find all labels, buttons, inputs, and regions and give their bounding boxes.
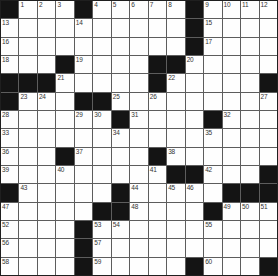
cell-r14c13[interactable]: [223, 239, 240, 256]
cell-r3c2[interactable]: [19, 38, 36, 55]
black-cell: [186, 1, 203, 18]
cell-r9c5[interactable]: 37: [75, 148, 92, 165]
cell-r1c13[interactable]: 10: [223, 1, 240, 18]
cell-r5c7[interactable]: [112, 74, 129, 91]
cell-r12c14[interactable]: 50: [241, 203, 258, 220]
cell-r2c7[interactable]: [112, 19, 129, 36]
cell-r10c5[interactable]: [75, 166, 92, 183]
cell-r14c8[interactable]: [130, 239, 147, 256]
cell-r10c1[interactable]: 39: [1, 166, 18, 183]
black-cell: [260, 184, 277, 201]
cell-r6c4[interactable]: [56, 93, 73, 110]
black-cell: [75, 221, 92, 238]
cell-r11c10[interactable]: 45: [167, 184, 184, 201]
cell-r10c13[interactable]: [223, 166, 240, 183]
cell-r5c8[interactable]: [130, 74, 147, 91]
cell-number: 37: [76, 148, 83, 156]
cell-r10c9[interactable]: 41: [149, 166, 166, 183]
cell-number: 39: [2, 166, 9, 174]
cell-number: 10: [224, 1, 231, 9]
black-cell: [19, 74, 36, 91]
cell-r15c7[interactable]: [112, 258, 129, 275]
cell-r8c7[interactable]: 34: [112, 129, 129, 146]
cell-r8c2[interactable]: [19, 129, 36, 146]
cell-r10c12[interactable]: 42: [204, 166, 221, 183]
cell-r14c6[interactable]: 57: [93, 239, 110, 256]
cell-r14c12[interactable]: [204, 239, 221, 256]
cell-r8c3[interactable]: [38, 129, 55, 146]
cell-r8c1[interactable]: 33: [1, 129, 18, 146]
cell-r6c13[interactable]: [223, 93, 240, 110]
cell-r1c9[interactable]: 7: [149, 1, 166, 18]
cell-r8c15[interactable]: [260, 129, 277, 146]
cell-r11c6[interactable]: [93, 184, 110, 201]
cell-r2c15[interactable]: [260, 19, 277, 36]
cell-number: 6: [131, 1, 134, 9]
cell-r6c11[interactable]: [186, 93, 203, 110]
cell-r4c11[interactable]: 20: [186, 56, 203, 73]
cell-r7c15[interactable]: [260, 111, 277, 128]
cell-r8c12[interactable]: 35: [204, 129, 221, 146]
cell-r15c6[interactable]: 59: [93, 258, 110, 275]
cell-number: 45: [168, 184, 175, 192]
cell-number: 8: [168, 1, 171, 9]
black-cell: [186, 19, 203, 36]
cell-r5c14[interactable]: [241, 74, 258, 91]
cell-r2c6[interactable]: [93, 19, 110, 36]
cell-r15c2[interactable]: [19, 258, 36, 275]
cell-r4c5[interactable]: 19: [75, 56, 92, 73]
cell-r13c15[interactable]: [260, 221, 277, 238]
cell-r1c6[interactable]: 4: [93, 1, 110, 18]
black-cell: [38, 74, 55, 91]
cell-r3c7[interactable]: [112, 38, 129, 55]
cell-number: 50: [242, 203, 249, 211]
cell-r5c11[interactable]: [186, 74, 203, 91]
black-cell: [260, 166, 277, 183]
black-cell: [112, 184, 129, 201]
cell-number: 54: [113, 221, 120, 229]
cell-r4c1[interactable]: 18: [1, 56, 18, 73]
cell-r6c15[interactable]: 27: [260, 93, 277, 110]
cell-r6c9[interactable]: 26: [149, 93, 166, 110]
cell-r4c8[interactable]: [130, 56, 147, 73]
cell-number: 58: [2, 258, 9, 266]
cell-number: 56: [2, 239, 9, 247]
cell-r2c13[interactable]: [223, 19, 240, 36]
cell-r7c1[interactable]: 28: [1, 111, 18, 128]
cell-r15c1[interactable]: 58: [1, 258, 18, 275]
black-cell: [204, 111, 221, 128]
cell-r8c6[interactable]: [93, 129, 110, 146]
cell-r12c4[interactable]: [56, 203, 73, 220]
cell-r2c10[interactable]: [167, 19, 184, 36]
cell-r12c5[interactable]: [75, 203, 92, 220]
cell-r13c12[interactable]: 55: [204, 221, 221, 238]
cell-r13c13[interactable]: [223, 221, 240, 238]
cell-r3c12[interactable]: 17: [204, 38, 221, 55]
cell-r15c12[interactable]: 60: [204, 258, 221, 275]
cell-r15c10[interactable]: [167, 258, 184, 275]
cell-r8c10[interactable]: [167, 129, 184, 146]
cell-r4c7[interactable]: [112, 56, 129, 73]
black-cell: [167, 56, 184, 73]
cell-r13c10[interactable]: [167, 221, 184, 238]
cell-r8c5[interactable]: [75, 129, 92, 146]
black-cell: [149, 148, 166, 165]
cell-r10c7[interactable]: [112, 166, 129, 183]
cell-r4c12[interactable]: [204, 56, 221, 73]
cell-r9c7[interactable]: [112, 148, 129, 165]
cell-number: 48: [131, 203, 138, 211]
cell-r12c10[interactable]: [167, 203, 184, 220]
cell-r12c13[interactable]: 49: [223, 203, 240, 220]
cell-number: 44: [131, 184, 138, 192]
cell-r15c8[interactable]: [130, 258, 147, 275]
cell-r11c2[interactable]: 43: [19, 184, 36, 201]
black-cell: [260, 258, 277, 275]
cell-number: 30: [94, 111, 101, 119]
black-cell: [149, 56, 166, 73]
cell-r14c11[interactable]: [186, 239, 203, 256]
cell-r13c14[interactable]: [241, 221, 258, 238]
cell-r5c5[interactable]: [75, 74, 92, 91]
black-cell: [186, 166, 203, 183]
cell-number: 2: [39, 1, 42, 9]
cell-number: 43: [20, 184, 27, 192]
black-cell: [167, 166, 184, 183]
black-cell: [56, 148, 73, 165]
cell-r9c2[interactable]: [19, 148, 36, 165]
cell-r7c10[interactable]: [167, 111, 184, 128]
cell-number: 19: [76, 56, 83, 64]
black-cell: [112, 111, 129, 128]
cell-number: 26: [150, 93, 157, 101]
cell-r5c12[interactable]: [204, 74, 221, 91]
cell-r13c7[interactable]: 54: [112, 221, 129, 238]
cell-r4c15[interactable]: [260, 56, 277, 73]
cell-number: 5: [113, 1, 116, 9]
cell-number: 59: [94, 258, 101, 266]
cell-r1c12[interactable]: 9: [204, 1, 221, 18]
cell-r14c3[interactable]: [38, 239, 55, 256]
cell-r2c4[interactable]: [56, 19, 73, 36]
black-cell: [93, 93, 110, 110]
cell-r7c4[interactable]: [56, 111, 73, 128]
black-cell: [260, 74, 277, 91]
cell-r2c12[interactable]: 15: [204, 19, 221, 36]
cell-r10c6[interactable]: [93, 166, 110, 183]
cell-number: 42: [205, 166, 212, 174]
cell-r3c5[interactable]: [75, 38, 92, 55]
cell-number: 34: [113, 129, 120, 137]
cell-r1c14[interactable]: 11: [241, 1, 258, 18]
cell-r15c9[interactable]: [149, 258, 166, 275]
cell-number: 4: [94, 1, 97, 9]
cell-r10c3[interactable]: [38, 166, 55, 183]
cell-r14c15[interactable]: [260, 239, 277, 256]
cell-r1c2[interactable]: 1: [19, 1, 36, 18]
cell-r12c8[interactable]: 48: [130, 203, 147, 220]
black-cell: [93, 203, 110, 220]
cell-number: 1: [20, 1, 23, 9]
cell-number: 11: [242, 1, 248, 9]
cell-number: 20: [187, 56, 194, 64]
cell-r9c12[interactable]: [204, 148, 221, 165]
cell-number: 14: [76, 19, 83, 27]
cell-r11c4[interactable]: [56, 184, 73, 201]
cell-r15c4[interactable]: [56, 258, 73, 275]
cell-number: 27: [261, 93, 268, 101]
cell-number: 36: [2, 148, 9, 156]
cell-r5c6[interactable]: [93, 74, 110, 91]
black-cell: [149, 74, 166, 91]
black-cell: [75, 258, 92, 275]
cell-number: 33: [2, 129, 9, 137]
cell-r2c14[interactable]: [241, 19, 258, 36]
cell-number: 51: [261, 203, 268, 211]
cell-r4c3[interactable]: [38, 56, 55, 73]
cell-r14c9[interactable]: [149, 239, 166, 256]
cell-r15c13[interactable]: [223, 258, 240, 275]
cell-r7c6[interactable]: 30: [93, 111, 110, 128]
cell-r3c14[interactable]: [241, 38, 258, 55]
cell-number: 21: [57, 74, 64, 82]
cell-number: 46: [187, 184, 194, 192]
cell-r8c4[interactable]: [56, 129, 73, 146]
black-cell: [241, 184, 258, 201]
cell-r9c10[interactable]: 38: [167, 148, 184, 165]
cell-number: 22: [168, 74, 175, 82]
cell-r3c13[interactable]: [223, 38, 240, 55]
cell-r12c3[interactable]: [38, 203, 55, 220]
cell-number: 28: [2, 111, 9, 119]
black-cell: [112, 203, 129, 220]
cell-number: 17: [205, 38, 212, 46]
cell-r12c2[interactable]: [19, 203, 36, 220]
cell-r7c14[interactable]: [241, 111, 258, 128]
cell-r13c11[interactable]: [186, 221, 203, 238]
cell-number: 57: [94, 239, 101, 247]
cell-r6c8[interactable]: [130, 93, 147, 110]
cell-number: 32: [224, 111, 231, 119]
cell-r5c13[interactable]: [223, 74, 240, 91]
cell-r6c3[interactable]: 24: [38, 93, 55, 110]
cell-r4c14[interactable]: [241, 56, 258, 73]
cell-r7c13[interactable]: 32: [223, 111, 240, 128]
cell-r8c14[interactable]: [241, 129, 258, 146]
black-cell: [75, 93, 92, 110]
cell-r11c9[interactable]: [149, 184, 166, 201]
cell-r9c8[interactable]: [130, 148, 147, 165]
cell-r8c9[interactable]: [149, 129, 166, 146]
cell-r2c2[interactable]: [19, 19, 36, 36]
cell-r7c3[interactable]: [38, 111, 55, 128]
cell-number: 49: [224, 203, 231, 211]
cell-number: 18: [2, 56, 9, 64]
cell-r9c11[interactable]: [186, 148, 203, 165]
cell-r10c8[interactable]: [130, 166, 147, 183]
cell-r13c8[interactable]: [130, 221, 147, 238]
cell-r2c5[interactable]: 14: [75, 19, 92, 36]
cell-r12c15[interactable]: 51: [260, 203, 277, 220]
cell-r9c15[interactable]: [260, 148, 277, 165]
black-cell: [1, 93, 18, 110]
cell-r15c14[interactable]: [241, 258, 258, 275]
cell-r4c6[interactable]: [93, 56, 110, 73]
cell-r2c8[interactable]: [130, 19, 147, 36]
cell-number: 16: [2, 38, 9, 46]
cell-r1c15[interactable]: 12: [260, 1, 277, 18]
cell-r11c5[interactable]: [75, 184, 92, 201]
cell-r7c2[interactable]: [19, 111, 36, 128]
cell-number: 13: [2, 19, 9, 27]
cell-r7c11[interactable]: [186, 111, 203, 128]
cell-r13c4[interactable]: [56, 221, 73, 238]
cell-r2c9[interactable]: [149, 19, 166, 36]
cell-r9c1[interactable]: 36: [1, 148, 18, 165]
cell-number: 31: [131, 111, 138, 119]
cell-r9c14[interactable]: [241, 148, 258, 165]
cell-r14c4[interactable]: [56, 239, 73, 256]
cell-r13c6[interactable]: 53: [93, 221, 110, 238]
cell-r4c13[interactable]: [223, 56, 240, 73]
black-cell: [1, 74, 18, 91]
cell-number: 55: [205, 221, 212, 229]
cell-r3c10[interactable]: [167, 38, 184, 55]
cell-r10c4[interactable]: 40: [56, 166, 73, 183]
black-cell: [56, 56, 73, 73]
cell-number: 53: [94, 221, 101, 229]
black-cell: [186, 38, 203, 55]
cell-r10c14[interactable]: [241, 166, 258, 183]
crossword-board: 1234567891011121314151617181920212223242…: [0, 0, 278, 276]
cell-r9c3[interactable]: [38, 148, 55, 165]
cell-r5c10[interactable]: 22: [167, 74, 184, 91]
cell-r7c5[interactable]: 29: [75, 111, 92, 128]
black-cell: [75, 1, 92, 18]
cell-r11c8[interactable]: 44: [130, 184, 147, 201]
cell-r8c11[interactable]: [186, 129, 203, 146]
cell-r7c9[interactable]: [149, 111, 166, 128]
cell-r8c8[interactable]: [130, 129, 147, 146]
cell-r13c9[interactable]: [149, 221, 166, 238]
cell-r15c3[interactable]: [38, 258, 55, 275]
cell-r3c6[interactable]: [93, 38, 110, 55]
black-cell: [223, 184, 240, 201]
cell-number: 47: [2, 203, 9, 211]
cell-r12c9[interactable]: [149, 203, 166, 220]
cell-r3c8[interactable]: [130, 38, 147, 55]
cell-r2c1[interactable]: 13: [1, 19, 18, 36]
cell-r9c6[interactable]: [93, 148, 110, 165]
cell-r5c4[interactable]: 21: [56, 74, 73, 91]
cell-number: 25: [113, 93, 120, 101]
cell-r14c1[interactable]: 56: [1, 239, 18, 256]
cell-r11c12[interactable]: [204, 184, 221, 201]
cell-r3c15[interactable]: [260, 38, 277, 55]
cell-r14c14[interactable]: [241, 239, 258, 256]
cell-r6c12[interactable]: [204, 93, 221, 110]
cell-r4c2[interactable]: [19, 56, 36, 73]
cell-r3c1[interactable]: 16: [1, 38, 18, 55]
cell-number: 7: [150, 1, 153, 9]
cell-r1c10[interactable]: 8: [167, 1, 184, 18]
cell-r3c4[interactable]: [56, 38, 73, 55]
cell-number: 24: [39, 93, 46, 101]
cell-r1c8[interactable]: 6: [130, 1, 147, 18]
cell-number: 52: [2, 221, 9, 229]
black-cell: [1, 1, 18, 18]
cell-r7c8[interactable]: 31: [130, 111, 147, 128]
cell-r14c7[interactable]: [112, 239, 129, 256]
cell-number: 38: [168, 148, 175, 156]
cell-r12c11[interactable]: [186, 203, 203, 220]
cell-r6c10[interactable]: [167, 93, 184, 110]
cell-number: 41: [150, 166, 157, 174]
cell-r6c14[interactable]: [241, 93, 258, 110]
cell-r8c13[interactable]: [223, 129, 240, 146]
cell-r11c11[interactable]: 46: [186, 184, 203, 201]
cell-r13c2[interactable]: [19, 221, 36, 238]
cell-number: 15: [205, 19, 212, 27]
cell-r6c7[interactable]: 25: [112, 93, 129, 110]
cell-number: 9: [205, 1, 208, 9]
cell-r9c13[interactable]: [223, 148, 240, 165]
cell-r14c2[interactable]: [19, 239, 36, 256]
black-cell: [1, 184, 18, 201]
cell-r11c3[interactable]: [38, 184, 55, 201]
cell-number: 35: [205, 129, 212, 137]
black-cell: [75, 239, 92, 256]
cell-r6c2[interactable]: 23: [19, 93, 36, 110]
cell-number: 29: [76, 111, 83, 119]
cell-number: 23: [20, 93, 27, 101]
cell-r2c3[interactable]: [38, 19, 55, 36]
cell-r1c7[interactable]: 5: [112, 1, 129, 18]
black-cell: [204, 203, 221, 220]
cell-r1c3[interactable]: 2: [38, 1, 55, 18]
cell-r13c1[interactable]: 52: [1, 221, 18, 238]
cell-r12c1[interactable]: 47: [1, 203, 18, 220]
cell-r13c3[interactable]: [38, 221, 55, 238]
cell-r1c4[interactable]: 3: [56, 1, 73, 18]
black-cell: [186, 258, 203, 275]
cell-r10c2[interactable]: [19, 166, 36, 183]
cell-number: 40: [57, 166, 64, 174]
cell-number: 60: [205, 258, 212, 266]
cell-r3c3[interactable]: [38, 38, 55, 55]
cell-r3c9[interactable]: [149, 38, 166, 55]
cell-r14c10[interactable]: [167, 239, 184, 256]
cell-number: 3: [57, 1, 60, 9]
cell-number: 12: [261, 1, 268, 9]
